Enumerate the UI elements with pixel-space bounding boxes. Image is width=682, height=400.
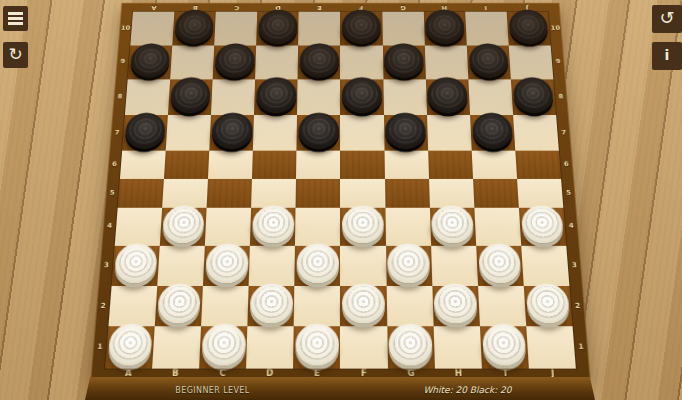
row-label-right-6: 6 bbox=[559, 151, 574, 179]
piece-white-I3[interactable] bbox=[478, 244, 522, 284]
square-D1 bbox=[246, 327, 294, 369]
square-D5 bbox=[251, 179, 296, 208]
square-E1[interactable] bbox=[293, 327, 340, 369]
square-B7 bbox=[166, 115, 211, 151]
square-E9[interactable] bbox=[298, 45, 341, 79]
col-label-top-G: G bbox=[382, 3, 424, 12]
square-A10 bbox=[130, 12, 174, 46]
square-F10[interactable] bbox=[340, 12, 382, 46]
square-H2[interactable] bbox=[432, 286, 480, 327]
square-G10 bbox=[382, 12, 425, 46]
piece-white-A3[interactable] bbox=[114, 244, 159, 284]
piece-white-B2[interactable] bbox=[157, 283, 202, 324]
square-B10[interactable] bbox=[172, 12, 216, 46]
undo-button[interactable]: ↺ bbox=[652, 5, 682, 33]
square-H4[interactable] bbox=[430, 207, 476, 246]
col-label-bottom-H: H bbox=[435, 369, 483, 378]
square-J4[interactable] bbox=[519, 207, 567, 246]
square-J1 bbox=[526, 327, 576, 369]
piece-black-B10[interactable] bbox=[174, 10, 214, 43]
row-label-right-5: 5 bbox=[561, 179, 576, 208]
square-F8[interactable] bbox=[340, 80, 383, 115]
square-D10[interactable] bbox=[256, 12, 299, 46]
square-H10[interactable] bbox=[423, 12, 466, 46]
piece-black-E9[interactable] bbox=[300, 43, 339, 77]
square-A6 bbox=[120, 151, 166, 179]
square-C8 bbox=[211, 80, 255, 115]
square-D9 bbox=[255, 45, 298, 79]
square-A9[interactable] bbox=[128, 45, 173, 79]
piece-white-C3[interactable] bbox=[205, 244, 248, 284]
square-I3[interactable] bbox=[476, 246, 524, 286]
piece-white-G3[interactable] bbox=[387, 244, 430, 284]
piece-white-D4[interactable] bbox=[252, 205, 294, 244]
checkers-app: { "game": "checkers", "variant": "intern… bbox=[0, 0, 682, 400]
square-C9[interactable] bbox=[213, 45, 257, 79]
undo-icon: ↺ bbox=[659, 9, 674, 27]
col-label-top-A: A bbox=[133, 3, 175, 12]
square-H8[interactable] bbox=[426, 80, 470, 115]
piece-white-A1[interactable] bbox=[107, 324, 153, 366]
board-front-face: BEGINNER LEVEL White: 20 Black: 20 bbox=[85, 377, 595, 400]
square-B3 bbox=[157, 246, 205, 286]
col-label-bottom-B: B bbox=[152, 369, 200, 378]
piece-black-F10[interactable] bbox=[342, 10, 381, 43]
square-B9 bbox=[170, 45, 214, 79]
piece-white-G1[interactable] bbox=[389, 324, 433, 366]
square-E5[interactable] bbox=[296, 179, 341, 208]
col-label-bottom-E: E bbox=[293, 369, 340, 378]
square-H7 bbox=[427, 115, 472, 151]
piece-black-H8[interactable] bbox=[427, 77, 468, 112]
info-button[interactable]: i bbox=[652, 42, 682, 70]
square-C3[interactable] bbox=[203, 246, 250, 286]
piece-white-F4[interactable] bbox=[342, 205, 384, 244]
square-D7 bbox=[253, 115, 297, 151]
square-A3[interactable] bbox=[112, 246, 160, 286]
square-I6 bbox=[472, 151, 517, 179]
piece-black-D10[interactable] bbox=[258, 10, 297, 43]
rotate-icon: ↻ bbox=[8, 46, 22, 63]
square-A5[interactable] bbox=[118, 179, 164, 208]
square-G9[interactable] bbox=[383, 45, 426, 79]
square-E3[interactable] bbox=[295, 246, 341, 286]
piece-black-F8[interactable] bbox=[342, 77, 382, 112]
square-I2 bbox=[478, 286, 526, 327]
square-B2[interactable] bbox=[155, 286, 203, 327]
info-icon: i bbox=[665, 48, 670, 62]
piece-black-I9[interactable] bbox=[468, 43, 509, 77]
piece-white-H2[interactable] bbox=[434, 283, 478, 324]
square-E2 bbox=[294, 286, 340, 327]
square-J2[interactable] bbox=[524, 286, 573, 327]
square-G6 bbox=[384, 151, 429, 179]
square-F6[interactable] bbox=[340, 151, 384, 179]
square-D6[interactable] bbox=[252, 151, 297, 179]
square-J5 bbox=[517, 179, 563, 208]
piece-black-J10[interactable] bbox=[508, 10, 549, 43]
piece-black-G7[interactable] bbox=[385, 113, 426, 149]
square-F2[interactable] bbox=[340, 286, 386, 327]
square-A2 bbox=[108, 286, 157, 327]
menu-button[interactable] bbox=[3, 6, 28, 31]
board: ABCDEFGHIJ1010998877665544332211ABCDEFGH… bbox=[90, 3, 590, 378]
piece-black-E7[interactable] bbox=[299, 113, 339, 149]
col-label-bottom-J: J bbox=[529, 369, 577, 378]
square-J10[interactable] bbox=[507, 12, 551, 46]
square-J3 bbox=[521, 246, 569, 286]
col-label-bottom-G: G bbox=[388, 369, 435, 378]
piece-white-J4[interactable] bbox=[520, 205, 564, 244]
square-F5 bbox=[340, 179, 385, 208]
score-label: White: 20 Black: 20 bbox=[423, 385, 511, 395]
piece-black-C7[interactable] bbox=[211, 113, 252, 149]
square-J8[interactable] bbox=[511, 80, 556, 115]
square-D3 bbox=[249, 246, 295, 286]
square-D8[interactable] bbox=[254, 80, 298, 115]
square-I5[interactable] bbox=[473, 179, 519, 208]
square-C4 bbox=[205, 207, 251, 246]
square-I7[interactable] bbox=[470, 115, 515, 151]
square-E7[interactable] bbox=[297, 115, 341, 151]
col-label-bottom-D: D bbox=[246, 369, 293, 378]
piece-black-G9[interactable] bbox=[384, 43, 424, 77]
square-I8 bbox=[468, 80, 513, 115]
square-G5[interactable] bbox=[385, 179, 430, 208]
piece-black-D8[interactable] bbox=[256, 77, 296, 112]
piece-white-J2[interactable] bbox=[525, 283, 570, 324]
square-J6[interactable] bbox=[515, 151, 561, 179]
col-label-bottom-F: F bbox=[340, 369, 387, 378]
square-F1 bbox=[340, 327, 387, 369]
square-J7 bbox=[513, 115, 559, 151]
square-D4[interactable] bbox=[250, 207, 296, 246]
square-C5[interactable] bbox=[207, 179, 252, 208]
frame-corner-bottom-right bbox=[576, 369, 591, 378]
piece-white-E3[interactable] bbox=[297, 244, 339, 284]
level-label: BEGINNER LEVEL bbox=[175, 385, 249, 394]
piece-white-B4[interactable] bbox=[162, 205, 205, 244]
col-label-bottom-I: I bbox=[482, 369, 530, 378]
rotate-board-button[interactable]: ↻ bbox=[3, 42, 28, 68]
square-B8[interactable] bbox=[168, 80, 213, 115]
square-I4 bbox=[474, 207, 521, 246]
square-A4 bbox=[115, 207, 163, 246]
piece-white-H4[interactable] bbox=[431, 205, 474, 244]
square-I9[interactable] bbox=[467, 45, 511, 79]
square-F3 bbox=[340, 246, 386, 286]
frame-corner-top-right bbox=[547, 3, 560, 12]
square-A7[interactable] bbox=[122, 115, 168, 151]
col-label-bottom-A: A bbox=[104, 369, 152, 378]
piece-black-B8[interactable] bbox=[170, 77, 211, 112]
piece-black-I7[interactable] bbox=[471, 113, 513, 149]
piece-black-C9[interactable] bbox=[215, 43, 255, 77]
col-label-top-E: E bbox=[299, 3, 340, 12]
square-C2 bbox=[201, 286, 249, 327]
piece-white-D2[interactable] bbox=[250, 283, 293, 324]
square-C6 bbox=[208, 151, 253, 179]
square-B4[interactable] bbox=[160, 207, 207, 246]
square-H6[interactable] bbox=[428, 151, 473, 179]
square-B6[interactable] bbox=[164, 151, 209, 179]
square-D2[interactable] bbox=[248, 286, 295, 327]
square-F7 bbox=[340, 115, 384, 151]
piece-white-F2[interactable] bbox=[342, 283, 385, 324]
piece-black-A9[interactable] bbox=[130, 43, 171, 77]
square-G7[interactable] bbox=[384, 115, 428, 151]
square-H5 bbox=[429, 179, 474, 208]
square-A8 bbox=[125, 80, 170, 115]
piece-black-J8[interactable] bbox=[512, 77, 554, 112]
piece-white-C1[interactable] bbox=[201, 324, 246, 366]
square-G8 bbox=[383, 80, 427, 115]
piece-black-A7[interactable] bbox=[124, 113, 166, 149]
square-G1[interactable] bbox=[387, 327, 435, 369]
square-A1[interactable] bbox=[105, 327, 155, 369]
square-G4 bbox=[385, 207, 431, 246]
square-B5 bbox=[162, 179, 208, 208]
square-C10 bbox=[214, 12, 257, 46]
col-label-bottom-C: C bbox=[199, 369, 247, 378]
square-H3 bbox=[431, 246, 478, 286]
menu-icon bbox=[8, 12, 23, 15]
square-B1 bbox=[152, 327, 201, 369]
square-J9 bbox=[509, 45, 554, 79]
square-E6 bbox=[296, 151, 340, 179]
piece-white-E1[interactable] bbox=[295, 324, 338, 366]
square-F9 bbox=[340, 45, 383, 79]
piece-black-H10[interactable] bbox=[425, 10, 465, 43]
square-E10 bbox=[298, 12, 340, 46]
col-label-top-I: I bbox=[465, 3, 507, 12]
square-E8 bbox=[297, 80, 340, 115]
square-F4[interactable] bbox=[340, 207, 385, 246]
square-I10 bbox=[465, 12, 509, 46]
piece-white-I1[interactable] bbox=[481, 324, 526, 366]
col-label-top-C: C bbox=[216, 3, 258, 12]
board-3d-scene: ABCDEFGHIJ1010998877665544332211ABCDEFGH… bbox=[90, 3, 590, 378]
square-I1[interactable] bbox=[480, 327, 529, 369]
frame-corner-top-left bbox=[121, 3, 134, 12]
square-G2 bbox=[386, 286, 433, 327]
square-C1[interactable] bbox=[199, 327, 247, 369]
square-H9 bbox=[425, 45, 469, 79]
frame-corner-bottom-left bbox=[90, 369, 105, 378]
square-E4 bbox=[295, 207, 340, 246]
square-C7[interactable] bbox=[209, 115, 254, 151]
square-H1 bbox=[433, 327, 481, 369]
square-G3[interactable] bbox=[386, 246, 432, 286]
